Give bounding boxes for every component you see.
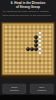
next-problem-label-line2: Problem	[37, 89, 46, 92]
white-stone-10-8	[38, 51, 42, 55]
problem-instructions: Try capturing the white stones by chasin…	[3, 10, 54, 16]
show-solution-button[interactable]: Show Solution	[3, 84, 27, 94]
show-solution-label-line2: Solution	[10, 89, 19, 92]
grid-line-horizontal	[4, 53, 53, 54]
grid-line-vertical	[44, 25, 45, 74]
grid-line-vertical	[48, 25, 49, 74]
star-point	[15, 36, 16, 37]
grid-line-horizontal	[4, 57, 53, 58]
grid-line-vertical	[52, 25, 53, 74]
go-problem-app: 6. Head in the Direction of Strong Group…	[0, 0, 56, 100]
grid-line-horizontal	[4, 69, 53, 70]
page-title-line2: of Strong Group	[0, 5, 56, 9]
grid-line-horizontal	[4, 73, 53, 74]
next-problem-button[interactable]: Next Problem	[30, 84, 54, 94]
go-board-grid[interactable]	[3, 24, 54, 75]
grid-line-horizontal	[4, 61, 53, 62]
bottom-banner[interactable]	[0, 95, 56, 100]
action-button-row: Show Solution Next Problem	[0, 84, 56, 94]
go-board[interactable]	[1, 22, 55, 78]
star-point	[39, 60, 40, 61]
star-point	[15, 60, 16, 61]
grid-line-horizontal	[4, 65, 53, 66]
